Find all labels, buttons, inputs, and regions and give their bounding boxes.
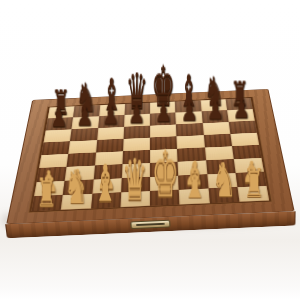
piece-black-queen: ♛ [121, 67, 154, 116]
square-a1: ♜ [32, 195, 64, 211]
square-a3 [37, 167, 67, 182]
perspective-scene: ♜♞♝♛♚♝♞♜♟♟♟♟♟♟♟♟♟♟♟♟♟♟♟♟♜♞♝♛♚♝♞♜ [0, 0, 300, 300]
piece-black-bishop: ♝ [95, 73, 128, 117]
chess-board: ♜♞♝♛♚♝♞♜♟♟♟♟♟♟♟♟♟♟♟♟♟♟♟♟♜♞♝♛♚♝♞♜ [6, 89, 294, 224]
square-f6 [176, 123, 203, 136]
square-c1: ♝ [91, 192, 121, 208]
square-c4 [94, 151, 122, 165]
square-g2: ♟ [207, 173, 237, 189]
square-c2: ♟ [92, 178, 122, 194]
board-grid: ♜♞♝♛♚♝♞♜♟♟♟♟♟♟♟♟♟♟♟♟♟♟♟♟♜♞♝♛♚♝♞♜ [32, 98, 270, 211]
square-f1: ♝ [179, 188, 209, 204]
square-b2: ♟ [63, 179, 93, 195]
brand-plaque-engraving [136, 223, 165, 226]
square-f4 [177, 147, 205, 161]
square-e2: ♟ [150, 175, 179, 191]
square-e4 [150, 149, 178, 163]
square-c6 [97, 127, 124, 140]
square-g4 [204, 146, 233, 160]
square-b3 [65, 166, 95, 181]
square-h4 [232, 145, 262, 159]
square-e1: ♚ [150, 190, 180, 206]
chessboard-product-photo: ♜♞♝♛♚♝♞♜♟♟♟♟♟♟♟♟♟♟♟♟♟♟♟♟♜♞♝♛♚♝♞♜ [0, 0, 300, 300]
brand-plaque [130, 220, 170, 229]
square-h6 [228, 121, 256, 134]
piece-black-knight: ♞ [69, 78, 104, 118]
square-d4 [122, 150, 150, 164]
square-f5 [177, 135, 205, 149]
square-e7: ♟ [150, 113, 176, 126]
square-d6 [123, 125, 150, 138]
square-b1: ♞ [61, 194, 92, 210]
square-b4 [67, 153, 96, 167]
piece-black-rook: ♜ [223, 77, 257, 111]
square-f2: ♟ [178, 174, 208, 190]
piece-black-king: ♚ [147, 60, 179, 115]
square-a2: ♟ [34, 181, 65, 197]
square-g3 [206, 159, 236, 174]
square-c5 [96, 139, 124, 153]
square-e3 [150, 162, 178, 177]
square-c3 [93, 164, 122, 179]
square-b5 [69, 140, 97, 154]
square-g1: ♞ [208, 187, 239, 203]
square-h1: ♜ [237, 186, 269, 202]
square-d7: ♟ [124, 114, 150, 127]
square-a5 [41, 141, 70, 155]
square-f3 [178, 161, 207, 176]
square-d8: ♛ [124, 103, 150, 115]
square-d2: ♟ [121, 177, 150, 193]
square-f7: ♟ [176, 111, 203, 124]
board-frame: ♜♞♝♛♚♝♞♜♟♟♟♟♟♟♟♟♟♟♟♟♟♟♟♟♜♞♝♛♚♝♞♜ [6, 89, 294, 224]
square-d5 [123, 137, 150, 151]
square-h2: ♟ [235, 171, 266, 186]
square-h5 [230, 132, 259, 146]
square-d1: ♛ [120, 191, 150, 207]
square-d3 [122, 163, 150, 178]
piece-black-rook: ♜ [43, 85, 77, 119]
square-h3 [234, 158, 264, 173]
